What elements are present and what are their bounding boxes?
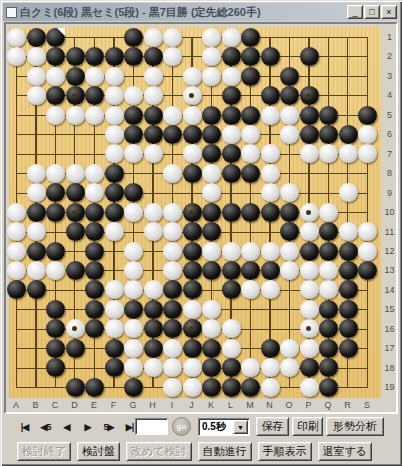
cell-M4[interactable] <box>241 86 261 105</box>
cell-Q7[interactable] <box>319 144 339 163</box>
cell-J1[interactable] <box>182 28 202 47</box>
cell-E3[interactable] <box>85 66 105 85</box>
cell-C9[interactable] <box>46 183 66 202</box>
cell-K4[interactable] <box>202 86 222 105</box>
cell-K7[interactable] <box>202 144 222 163</box>
cell-N5[interactable] <box>260 105 280 124</box>
cell-H18[interactable] <box>143 358 163 377</box>
cell-G5[interactable] <box>124 105 144 124</box>
cell-A9[interactable] <box>7 183 27 202</box>
cell-I18[interactable] <box>163 358 183 377</box>
cell-Q13[interactable] <box>319 261 339 280</box>
cell-E5[interactable] <box>85 105 105 124</box>
delay-dropdown[interactable]: 0.5秒 ▼ <box>198 418 250 436</box>
cell-M2[interactable] <box>241 47 261 66</box>
cell-R6[interactable] <box>338 125 358 144</box>
cell-H4[interactable] <box>143 86 163 105</box>
cell-M14[interactable] <box>241 280 261 299</box>
cell-P7[interactable] <box>299 144 319 163</box>
cell-J3[interactable] <box>182 66 202 85</box>
cell-I19[interactable] <box>163 377 183 396</box>
cell-R4[interactable] <box>338 86 358 105</box>
cell-M19[interactable] <box>241 377 261 396</box>
cell-A4[interactable] <box>7 86 27 105</box>
cell-E1[interactable] <box>85 28 105 47</box>
cell-R1[interactable] <box>338 28 358 47</box>
cell-R16[interactable] <box>338 319 358 338</box>
cell-C16[interactable] <box>46 319 66 338</box>
cell-K9[interactable] <box>202 183 222 202</box>
cell-N11[interactable] <box>260 222 280 241</box>
cell-J14[interactable] <box>182 280 202 299</box>
cell-I6[interactable] <box>163 125 183 144</box>
cell-D1[interactable] <box>65 28 85 47</box>
cell-L9[interactable] <box>221 183 241 202</box>
cell-C10[interactable] <box>46 202 66 221</box>
cell-P6[interactable] <box>299 125 319 144</box>
cell-D6[interactable] <box>65 125 85 144</box>
cell-J12[interactable] <box>182 241 202 260</box>
cell-D8[interactable] <box>65 164 85 183</box>
cell-Q4[interactable] <box>319 86 339 105</box>
cell-H1[interactable] <box>143 28 163 47</box>
cell-G7[interactable] <box>124 144 144 163</box>
cell-Q16[interactable] <box>319 319 339 338</box>
cell-K2[interactable] <box>202 47 222 66</box>
cell-C11[interactable] <box>46 222 66 241</box>
cell-C6[interactable] <box>46 125 66 144</box>
cell-I12[interactable] <box>163 241 183 260</box>
cell-C8[interactable] <box>46 164 66 183</box>
cell-D15[interactable] <box>65 300 85 319</box>
cell-S16[interactable] <box>358 319 378 338</box>
cell-B6[interactable] <box>26 125 46 144</box>
cell-L1[interactable] <box>221 28 241 47</box>
cell-F7[interactable] <box>104 144 124 163</box>
cell-F18[interactable] <box>104 358 124 377</box>
cell-G11[interactable] <box>124 222 144 241</box>
cell-K17[interactable] <box>202 339 222 358</box>
forward-5-button[interactable]: 5▶ <box>98 419 119 435</box>
cell-H5[interactable] <box>143 105 163 124</box>
cell-H6[interactable] <box>143 125 163 144</box>
cell-F19[interactable] <box>104 377 124 396</box>
cell-B1[interactable] <box>26 28 46 47</box>
print-button[interactable]: 印刷 <box>292 417 323 436</box>
cell-H15[interactable] <box>143 300 163 319</box>
cell-R3[interactable] <box>338 66 358 85</box>
cell-R10[interactable] <box>338 202 358 221</box>
cell-A7[interactable] <box>7 144 27 163</box>
cell-O8[interactable] <box>280 164 300 183</box>
cell-H2[interactable] <box>143 47 163 66</box>
cell-R14[interactable] <box>338 280 358 299</box>
cell-D12[interactable] <box>65 241 85 260</box>
cell-F15[interactable] <box>104 300 124 319</box>
cell-I8[interactable] <box>163 164 183 183</box>
cell-M5[interactable] <box>241 105 261 124</box>
cell-I11[interactable] <box>163 222 183 241</box>
cell-D5[interactable] <box>65 105 85 124</box>
cell-M8[interactable] <box>241 164 261 183</box>
cell-C19[interactable] <box>46 377 66 396</box>
cell-C13[interactable] <box>46 261 66 280</box>
cell-C18[interactable] <box>46 358 66 377</box>
cell-Q1[interactable] <box>319 28 339 47</box>
cell-I3[interactable] <box>163 66 183 85</box>
cell-M9[interactable] <box>241 183 261 202</box>
cell-A1[interactable] <box>7 28 27 47</box>
cell-Q12[interactable] <box>319 241 339 260</box>
position-analysis-button[interactable]: 形勢分析 <box>326 417 384 436</box>
move-number-input[interactable] <box>135 418 168 435</box>
cell-R9[interactable] <box>338 183 358 202</box>
cell-Q14[interactable] <box>319 280 339 299</box>
cell-E16[interactable] <box>85 319 105 338</box>
cell-E18[interactable] <box>85 358 105 377</box>
cell-D13[interactable] <box>65 261 85 280</box>
cell-S7[interactable] <box>358 144 378 163</box>
cell-M18[interactable] <box>241 358 261 377</box>
cell-R8[interactable] <box>338 164 358 183</box>
cell-C15[interactable] <box>46 300 66 319</box>
minimize-button[interactable]: _ <box>347 5 363 19</box>
cell-I10[interactable] <box>163 202 183 221</box>
cell-B4[interactable] <box>26 86 46 105</box>
cell-D17[interactable] <box>65 339 85 358</box>
cell-L15[interactable] <box>221 300 241 319</box>
cell-J6[interactable] <box>182 125 202 144</box>
cell-N16[interactable] <box>260 319 280 338</box>
cell-O1[interactable] <box>280 28 300 47</box>
cell-F9[interactable] <box>104 183 124 202</box>
cell-O16[interactable] <box>280 319 300 338</box>
cell-B19[interactable] <box>26 377 46 396</box>
cell-P1[interactable] <box>299 28 319 47</box>
cell-P5[interactable] <box>299 105 319 124</box>
cell-S13[interactable] <box>358 261 378 280</box>
cell-D14[interactable] <box>65 280 85 299</box>
cell-C17[interactable] <box>46 339 66 358</box>
cell-O15[interactable] <box>280 300 300 319</box>
cell-N1[interactable] <box>260 28 280 47</box>
cell-E13[interactable] <box>85 261 105 280</box>
cell-R2[interactable] <box>338 47 358 66</box>
cell-A13[interactable] <box>7 261 27 280</box>
cell-N15[interactable] <box>260 300 280 319</box>
cell-K16[interactable] <box>202 319 222 338</box>
cell-Q19[interactable] <box>319 377 339 396</box>
go-button[interactable]: go <box>172 417 191 436</box>
cell-M12[interactable] <box>241 241 261 260</box>
cell-E17[interactable] <box>85 339 105 358</box>
cell-B11[interactable] <box>26 222 46 241</box>
cell-N4[interactable] <box>260 86 280 105</box>
cell-H19[interactable] <box>143 377 163 396</box>
cell-I2[interactable] <box>163 47 183 66</box>
cell-F13[interactable] <box>104 261 124 280</box>
cell-A6[interactable] <box>7 125 27 144</box>
cell-E9[interactable] <box>85 183 105 202</box>
cell-J2[interactable] <box>182 47 202 66</box>
cell-L6[interactable] <box>221 125 241 144</box>
cell-M6[interactable] <box>241 125 261 144</box>
cell-G19[interactable] <box>124 377 144 396</box>
leave-room-button[interactable]: 退室する <box>318 442 373 461</box>
cell-S3[interactable] <box>358 66 378 85</box>
cell-C2[interactable] <box>46 47 66 66</box>
cell-G15[interactable] <box>124 300 144 319</box>
cell-K10[interactable] <box>202 202 222 221</box>
cell-A12[interactable] <box>7 241 27 260</box>
cell-K6[interactable] <box>202 125 222 144</box>
cell-E4[interactable] <box>85 86 105 105</box>
cell-S17[interactable] <box>358 339 378 358</box>
cell-F4[interactable] <box>104 86 124 105</box>
cell-I1[interactable] <box>163 28 183 47</box>
cell-O5[interactable] <box>280 105 300 124</box>
cell-R13[interactable] <box>338 261 358 280</box>
cell-Q10[interactable] <box>319 202 339 221</box>
cell-F1[interactable] <box>104 28 124 47</box>
cell-L12[interactable] <box>221 241 241 260</box>
cell-G14[interactable] <box>124 280 144 299</box>
cell-K5[interactable] <box>202 105 222 124</box>
cell-I15[interactable] <box>163 300 183 319</box>
cell-G8[interactable] <box>124 164 144 183</box>
cell-F2[interactable] <box>104 47 124 66</box>
cell-D9[interactable] <box>65 183 85 202</box>
cell-B16[interactable] <box>26 319 46 338</box>
cell-N7[interactable] <box>260 144 280 163</box>
cell-O17[interactable] <box>280 339 300 358</box>
cell-A3[interactable] <box>7 66 27 85</box>
cell-J7[interactable] <box>182 144 202 163</box>
cell-B12[interactable] <box>26 241 46 260</box>
cell-M17[interactable] <box>241 339 261 358</box>
cell-B3[interactable] <box>26 66 46 85</box>
cell-A17[interactable] <box>7 339 27 358</box>
cell-E11[interactable] <box>85 222 105 241</box>
cell-I4[interactable] <box>163 86 183 105</box>
cell-L13[interactable] <box>221 261 241 280</box>
cell-K13[interactable] <box>202 261 222 280</box>
cell-R18[interactable] <box>338 358 358 377</box>
cell-O4[interactable] <box>280 86 300 105</box>
cell-N10[interactable] <box>260 202 280 221</box>
cell-S10[interactable] <box>358 202 378 221</box>
cell-F17[interactable] <box>104 339 124 358</box>
cell-J18[interactable] <box>182 358 202 377</box>
cell-G9[interactable] <box>124 183 144 202</box>
cell-B5[interactable] <box>26 105 46 124</box>
cell-J5[interactable] <box>182 105 202 124</box>
cell-A19[interactable] <box>7 377 27 396</box>
cell-L3[interactable] <box>221 66 241 85</box>
cell-E7[interactable] <box>85 144 105 163</box>
cell-C14[interactable] <box>46 280 66 299</box>
cell-Q18[interactable] <box>319 358 339 377</box>
cell-D19[interactable] <box>65 377 85 396</box>
cell-J15[interactable] <box>182 300 202 319</box>
cell-H7[interactable] <box>143 144 163 163</box>
cell-J11[interactable] <box>182 222 202 241</box>
cell-K12[interactable] <box>202 241 222 260</box>
cell-J13[interactable] <box>182 261 202 280</box>
cell-O9[interactable] <box>280 183 300 202</box>
cell-H16[interactable] <box>143 319 163 338</box>
cell-G2[interactable] <box>124 47 144 66</box>
cell-Q6[interactable] <box>319 125 339 144</box>
cell-F3[interactable] <box>104 66 124 85</box>
cell-G3[interactable] <box>124 66 144 85</box>
cell-C7[interactable] <box>46 144 66 163</box>
cell-M3[interactable] <box>241 66 261 85</box>
cell-D11[interactable] <box>65 222 85 241</box>
cell-G10[interactable] <box>124 202 144 221</box>
cell-H12[interactable] <box>143 241 163 260</box>
cell-P14[interactable] <box>299 280 319 299</box>
cell-Q17[interactable] <box>319 339 339 358</box>
cell-B13[interactable] <box>26 261 46 280</box>
cell-S6[interactable] <box>358 125 378 144</box>
cell-O11[interactable] <box>280 222 300 241</box>
cell-Q9[interactable] <box>319 183 339 202</box>
cell-L7[interactable] <box>221 144 241 163</box>
cell-K14[interactable] <box>202 280 222 299</box>
cell-K18[interactable] <box>202 358 222 377</box>
cell-S14[interactable] <box>358 280 378 299</box>
cell-I7[interactable] <box>163 144 183 163</box>
cell-S19[interactable] <box>358 377 378 396</box>
cell-A8[interactable] <box>7 164 27 183</box>
cell-S18[interactable] <box>358 358 378 377</box>
cell-G17[interactable] <box>124 339 144 358</box>
cell-K3[interactable] <box>202 66 222 85</box>
cell-K19[interactable] <box>202 377 222 396</box>
cell-F5[interactable] <box>104 105 124 124</box>
cell-F11[interactable] <box>104 222 124 241</box>
forward-1-button[interactable]: ▶ <box>77 419 98 435</box>
cell-M16[interactable] <box>241 319 261 338</box>
cell-O14[interactable] <box>280 280 300 299</box>
cell-N13[interactable] <box>260 261 280 280</box>
cell-R15[interactable] <box>338 300 358 319</box>
cell-L2[interactable] <box>221 47 241 66</box>
cell-E12[interactable] <box>85 241 105 260</box>
cell-A16[interactable] <box>7 319 27 338</box>
cell-K1[interactable] <box>202 28 222 47</box>
cell-N18[interactable] <box>260 358 280 377</box>
cell-F6[interactable] <box>104 125 124 144</box>
cell-S8[interactable] <box>358 164 378 183</box>
cell-R11[interactable] <box>338 222 358 241</box>
cell-H3[interactable] <box>143 66 163 85</box>
goban[interactable] <box>9 27 381 398</box>
cell-R19[interactable] <box>338 377 358 396</box>
cell-O3[interactable] <box>280 66 300 85</box>
cell-I5[interactable] <box>163 105 183 124</box>
cell-P17[interactable] <box>299 339 319 358</box>
cell-B14[interactable] <box>26 280 46 299</box>
back-5-button[interactable]: ◀5 <box>35 419 56 435</box>
cell-E8[interactable] <box>85 164 105 183</box>
cell-S11[interactable] <box>358 222 378 241</box>
cell-F16[interactable] <box>104 319 124 338</box>
cell-Q2[interactable] <box>319 47 339 66</box>
cell-L16[interactable] <box>221 319 241 338</box>
cell-N8[interactable] <box>260 164 280 183</box>
cell-M13[interactable] <box>241 261 261 280</box>
cell-P11[interactable] <box>299 222 319 241</box>
cell-N6[interactable] <box>260 125 280 144</box>
auto-advance-button[interactable]: 自動進行 <box>198 442 252 461</box>
cell-K11[interactable] <box>202 222 222 241</box>
cell-N19[interactable] <box>260 377 280 396</box>
cell-F12[interactable] <box>104 241 124 260</box>
save-button[interactable]: 保存 <box>256 417 289 436</box>
cell-E2[interactable] <box>85 47 105 66</box>
cell-A2[interactable] <box>7 47 27 66</box>
cell-H13[interactable] <box>143 261 163 280</box>
cell-E14[interactable] <box>85 280 105 299</box>
cell-F8[interactable] <box>104 164 124 183</box>
cell-N17[interactable] <box>260 339 280 358</box>
cell-H9[interactable] <box>143 183 163 202</box>
cell-A18[interactable] <box>7 358 27 377</box>
cell-L8[interactable] <box>221 164 241 183</box>
cell-R5[interactable] <box>338 105 358 124</box>
cell-S2[interactable] <box>358 47 378 66</box>
cell-B8[interactable] <box>26 164 46 183</box>
cell-K8[interactable] <box>202 164 222 183</box>
back-1-button[interactable]: ◀ <box>56 419 77 435</box>
cell-K15[interactable] <box>202 300 222 319</box>
cell-O10[interactable] <box>280 202 300 221</box>
cell-J9[interactable] <box>182 183 202 202</box>
cell-J17[interactable] <box>182 339 202 358</box>
cell-O12[interactable] <box>280 241 300 260</box>
cell-L18[interactable] <box>221 358 241 377</box>
cell-O18[interactable] <box>280 358 300 377</box>
cell-R12[interactable] <box>338 241 358 260</box>
cell-A14[interactable] <box>7 280 27 299</box>
cell-A10[interactable] <box>7 202 27 221</box>
cell-L14[interactable] <box>221 280 241 299</box>
cell-M11[interactable] <box>241 222 261 241</box>
cell-P2[interactable] <box>299 47 319 66</box>
cell-A15[interactable] <box>7 300 27 319</box>
cell-F10[interactable] <box>104 202 124 221</box>
cell-D2[interactable] <box>65 47 85 66</box>
cell-B7[interactable] <box>26 144 46 163</box>
cell-L17[interactable] <box>221 339 241 358</box>
cell-E6[interactable] <box>85 125 105 144</box>
cell-L11[interactable] <box>221 222 241 241</box>
cell-A5[interactable] <box>7 105 27 124</box>
cell-R17[interactable] <box>338 339 358 358</box>
cell-P13[interactable] <box>299 261 319 280</box>
close-button[interactable]: × <box>381 5 397 19</box>
cell-S1[interactable] <box>358 28 378 47</box>
cell-D18[interactable] <box>65 358 85 377</box>
cell-P9[interactable] <box>299 183 319 202</box>
cell-S12[interactable] <box>358 241 378 260</box>
cell-C4[interactable] <box>46 86 66 105</box>
cell-O13[interactable] <box>280 261 300 280</box>
cell-R7[interactable] <box>338 144 358 163</box>
cell-B10[interactable] <box>26 202 46 221</box>
